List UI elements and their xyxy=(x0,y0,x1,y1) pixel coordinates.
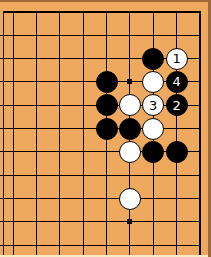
white-stone xyxy=(142,118,164,140)
star-point xyxy=(127,219,132,224)
black-stone xyxy=(96,118,118,140)
black-stone xyxy=(96,94,118,116)
white-stone xyxy=(142,71,164,93)
black-stone-move-4: 4 xyxy=(166,71,188,93)
black-stone-move-2: 2 xyxy=(166,94,188,116)
white-stone-move-3: 3 xyxy=(142,94,164,116)
black-stone xyxy=(142,141,164,163)
board-frame-right xyxy=(208,0,211,257)
white-stone xyxy=(119,94,141,116)
black-stone xyxy=(96,71,118,93)
black-stone xyxy=(142,48,164,70)
move-number-label: 2 xyxy=(172,99,180,112)
black-stone xyxy=(119,118,141,140)
board-frame-top xyxy=(0,0,211,2)
move-number-label: 4 xyxy=(172,75,180,88)
move-number-label: 1 xyxy=(172,52,180,65)
go-diagram: 1432 xyxy=(0,0,211,257)
black-stone xyxy=(166,141,188,163)
white-stone xyxy=(119,188,141,210)
star-point xyxy=(127,79,132,84)
move-number-label: 3 xyxy=(149,99,157,112)
white-stone-move-1: 1 xyxy=(166,48,188,70)
white-stone xyxy=(119,141,141,163)
go-board: 1432 xyxy=(2,0,211,257)
